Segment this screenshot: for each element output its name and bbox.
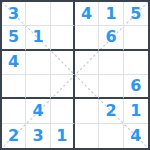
cell-r5c6[interactable]: 1	[124, 99, 148, 123]
cell-r4c6[interactable]: 6	[124, 75, 148, 99]
cell-r6c6[interactable]: 4	[124, 124, 148, 148]
cell-r2c3[interactable]	[51, 26, 75, 50]
cell-r1c3[interactable]	[51, 2, 75, 26]
sudoku-board: 3 4 1 5 5 1 6 4 6 4 2 1 2 3 1 4	[0, 0, 150, 150]
cell-r4c5[interactable]	[99, 75, 123, 99]
cell-r1c2[interactable]	[26, 2, 50, 26]
cell-r6c3[interactable]: 1	[51, 124, 75, 148]
cell-r4c1[interactable]	[2, 75, 26, 99]
sudoku-grid: 3 4 1 5 5 1 6 4 6 4 2 1 2 3 1 4	[2, 2, 148, 148]
cell-r1c6[interactable]: 5	[124, 2, 148, 26]
cell-r2c2[interactable]: 1	[26, 26, 50, 50]
cell-r3c6[interactable]	[124, 51, 148, 75]
cell-r5c4[interactable]	[75, 99, 99, 123]
cell-r1c4[interactable]: 4	[75, 2, 99, 26]
cell-r1c5[interactable]: 1	[99, 2, 123, 26]
cell-r5c3[interactable]	[51, 99, 75, 123]
cell-r5c1[interactable]	[2, 99, 26, 123]
cell-r4c2[interactable]	[26, 75, 50, 99]
cell-r6c1[interactable]: 2	[2, 124, 26, 148]
cell-r6c4[interactable]	[75, 124, 99, 148]
cell-r3c5[interactable]	[99, 51, 123, 75]
cell-r2c6[interactable]	[124, 26, 148, 50]
cell-r2c5[interactable]: 6	[99, 26, 123, 50]
cell-r6c5[interactable]	[99, 124, 123, 148]
cell-r2c4[interactable]	[75, 26, 99, 50]
cell-r4c3[interactable]	[51, 75, 75, 99]
cell-r5c5[interactable]: 2	[99, 99, 123, 123]
cell-r3c2[interactable]	[26, 51, 50, 75]
cell-r3c1[interactable]: 4	[2, 51, 26, 75]
cell-r6c2[interactable]: 3	[26, 124, 50, 148]
cell-r2c1[interactable]: 5	[2, 26, 26, 50]
cell-r5c2[interactable]: 4	[26, 99, 50, 123]
cell-r4c4[interactable]	[75, 75, 99, 99]
cell-r3c3[interactable]	[51, 51, 75, 75]
cell-r1c1[interactable]: 3	[2, 2, 26, 26]
cell-r3c4[interactable]	[75, 51, 99, 75]
